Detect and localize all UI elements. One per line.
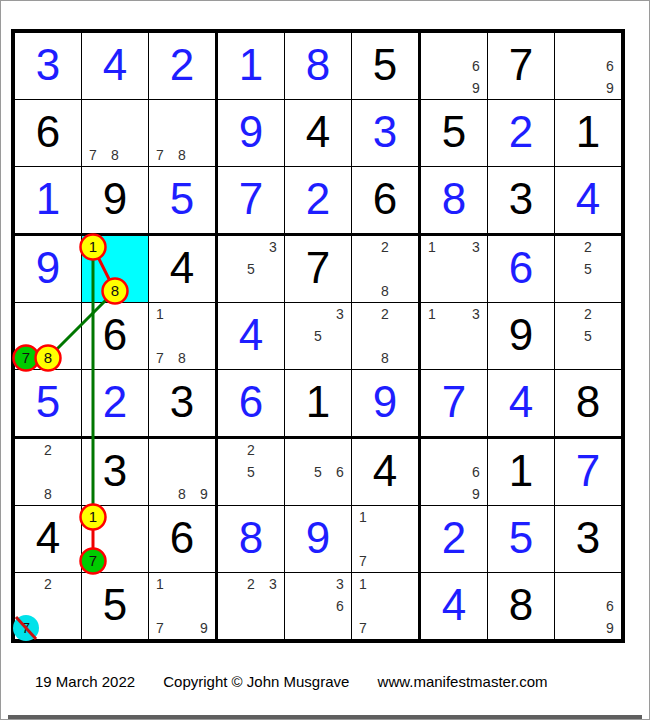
cell-r2c3[interactable]: 78	[149, 100, 215, 166]
screenshot-frame: 3421856976967878943521195726834943572813…	[0, 0, 650, 720]
solved-digit: 8	[421, 167, 487, 233]
solved-digit: 1	[15, 167, 81, 233]
given-digit: 4	[15, 506, 81, 572]
cell-r9c3[interactable]: 179	[149, 573, 215, 639]
candidate-8: 8	[37, 483, 59, 505]
candidate-7: 7	[149, 347, 171, 369]
cell-r3c5[interactable]: 2	[285, 167, 351, 233]
candidate-9: 9	[599, 617, 621, 639]
cell-r1c1[interactable]: 3	[15, 33, 81, 99]
candidate-7: 7	[149, 617, 171, 639]
candidate-8: 8	[104, 144, 126, 166]
cell-r4c1[interactable]: 9	[15, 236, 81, 302]
window-bottom-edge	[8, 715, 642, 719]
candidate-1: 1	[149, 303, 171, 325]
solved-digit: 6	[218, 370, 284, 436]
cell-r2c4[interactable]: 9	[218, 100, 284, 166]
solved-digit: 9	[15, 236, 81, 302]
solved-digit: 4	[555, 167, 621, 233]
candidate-9: 9	[465, 77, 487, 99]
solved-digit: 4	[488, 370, 554, 436]
cell-r5c9[interactable]: 25	[555, 303, 621, 369]
cell-r1c9[interactable]: 69	[555, 33, 621, 99]
cell-r4c7[interactable]: 13	[421, 236, 487, 302]
footer: 19 March 2022 Copyright © John Musgrave …	[35, 673, 572, 690]
candidate-5: 5	[307, 461, 329, 483]
given-digit: 4	[352, 439, 418, 505]
cell-r5c3[interactable]: 178	[149, 303, 215, 369]
cell-r9c9[interactable]: 69	[555, 573, 621, 639]
candidate-2: 2	[374, 303, 396, 325]
cell-r7c8[interactable]: 1	[488, 439, 554, 505]
cell-r7c5[interactable]: 56	[285, 439, 351, 505]
given-digit: 4	[149, 236, 215, 302]
cell-r4c2[interactable]	[82, 236, 148, 302]
cell-r6c1[interactable]: 5	[15, 370, 81, 436]
cell-r6c9[interactable]: 8	[555, 370, 621, 436]
candidate-5: 5	[240, 258, 262, 280]
given-digit: 1	[488, 439, 554, 505]
solved-digit: 9	[218, 100, 284, 166]
candidate-8: 8	[374, 280, 396, 302]
cell-r6c4[interactable]: 6	[218, 370, 284, 436]
footer-copyright: Copyright © John Musgrave	[163, 673, 349, 690]
solved-digit: 4	[82, 33, 148, 99]
cell-r4c5[interactable]: 7	[285, 236, 351, 302]
candidate-5: 5	[577, 258, 599, 280]
candidate-6: 6	[465, 55, 487, 77]
candidate-6: 6	[465, 461, 487, 483]
cell-r6c5[interactable]: 1	[285, 370, 351, 436]
candidate-3: 3	[465, 303, 487, 325]
candidate-3: 3	[465, 236, 487, 258]
given-digit: 1	[555, 100, 621, 166]
candidate-8: 8	[171, 144, 193, 166]
candidate-7: 7	[352, 617, 374, 639]
solved-digit: 3	[15, 33, 81, 99]
given-digit: 9	[488, 303, 554, 369]
cell-r1c4[interactable]: 1	[218, 33, 284, 99]
cell-r8c3[interactable]: 6	[149, 506, 215, 572]
candidate-2: 2	[577, 303, 599, 325]
candidate-7: 7	[82, 144, 104, 166]
cell-r6c3[interactable]: 3	[149, 370, 215, 436]
cell-r8c2[interactable]	[82, 506, 148, 572]
solved-digit: 2	[421, 506, 487, 572]
cell-r5c7[interactable]: 13	[421, 303, 487, 369]
cell-r5c4[interactable]: 4	[218, 303, 284, 369]
cell-r2c8[interactable]: 2	[488, 100, 554, 166]
candidate-2: 2	[240, 439, 262, 461]
candidate-3: 3	[329, 573, 351, 595]
candidate-3: 3	[329, 303, 351, 325]
given-digit: 8	[555, 370, 621, 436]
cell-r1c3[interactable]: 2	[149, 33, 215, 99]
cell-r3c3[interactable]: 5	[149, 167, 215, 233]
candidate-9: 9	[465, 483, 487, 505]
cell-r7c1[interactable]: 28	[15, 439, 81, 505]
solved-digit: 2	[82, 370, 148, 436]
candidate-1: 1	[421, 303, 443, 325]
cell-r8c8[interactable]: 5	[488, 506, 554, 572]
cell-r7c6[interactable]: 4	[352, 439, 418, 505]
cell-r8c1[interactable]: 4	[15, 506, 81, 572]
candidate-1: 1	[421, 236, 443, 258]
given-digit: 7	[285, 236, 351, 302]
sudoku-board: 3421856976967878943521195726834943572813…	[11, 29, 625, 643]
cell-r1c2[interactable]: 4	[82, 33, 148, 99]
given-digit: 3	[488, 167, 554, 233]
given-digit: 9	[82, 167, 148, 233]
solved-digit: 5	[488, 506, 554, 572]
cell-r9c6[interactable]: 17	[352, 573, 418, 639]
cell-r7c2[interactable]: 3	[82, 439, 148, 505]
candidate-7: 7	[352, 550, 374, 572]
footer-date: 19 March 2022	[35, 673, 135, 690]
cell-r9c2[interactable]: 5	[82, 573, 148, 639]
cell-r9c7[interactable]: 4	[421, 573, 487, 639]
cell-r5c6[interactable]: 28	[352, 303, 418, 369]
cell-r5c5[interactable]: 35	[285, 303, 351, 369]
solved-digit: 2	[488, 100, 554, 166]
cell-r2c5[interactable]: 4	[285, 100, 351, 166]
cell-r6c8[interactable]: 4	[488, 370, 554, 436]
solved-digit: 9	[352, 370, 418, 436]
solved-digit: 7	[555, 439, 621, 505]
given-digit: 5	[82, 573, 148, 639]
solved-digit: 8	[218, 506, 284, 572]
cell-r7c7[interactable]: 69	[421, 439, 487, 505]
solved-digit: 5	[15, 370, 81, 436]
solved-digit: 4	[421, 573, 487, 639]
solved-digit: 2	[285, 167, 351, 233]
candidate-8: 8	[171, 347, 193, 369]
solved-digit: 7	[421, 370, 487, 436]
given-digit: 8	[488, 573, 554, 639]
cell-r5c8[interactable]: 9	[488, 303, 554, 369]
cell-r1c8[interactable]: 7	[488, 33, 554, 99]
candidate-9: 9	[599, 77, 621, 99]
cell-r3c1[interactable]: 1	[15, 167, 81, 233]
solved-digit: 2	[149, 33, 215, 99]
cell-r8c7[interactable]: 2	[421, 506, 487, 572]
candidate-2: 2	[577, 236, 599, 258]
solved-digit: 8	[285, 33, 351, 99]
cell-r9c1[interactable]: 2	[15, 573, 81, 639]
cell-r2c9[interactable]: 1	[555, 100, 621, 166]
cell-r7c3[interactable]: 89	[149, 439, 215, 505]
cell-r3c2[interactable]: 9	[82, 167, 148, 233]
candidate-9: 9	[193, 483, 215, 505]
candidate-2: 2	[374, 236, 396, 258]
cell-r6c7[interactable]: 7	[421, 370, 487, 436]
solved-digit: 4	[218, 303, 284, 369]
candidate-2: 2	[37, 573, 59, 595]
given-digit: 6	[149, 506, 215, 572]
cell-r3c4[interactable]: 7	[218, 167, 284, 233]
cell-r6c6[interactable]: 9	[352, 370, 418, 436]
solved-digit: 5	[149, 167, 215, 233]
cell-r8c6[interactable]: 17	[352, 506, 418, 572]
candidate-8: 8	[374, 347, 396, 369]
cell-r5c1[interactable]	[15, 303, 81, 369]
cell-r2c2[interactable]: 78	[82, 100, 148, 166]
cell-r9c4[interactable]: 23	[218, 573, 284, 639]
given-digit: 3	[555, 506, 621, 572]
cell-r6c2[interactable]: 2	[82, 370, 148, 436]
cell-r1c6[interactable]: 5	[352, 33, 418, 99]
given-digit: 6	[82, 303, 148, 369]
solved-digit: 7	[218, 167, 284, 233]
candidate-7: 7	[149, 144, 171, 166]
given-digit: 7	[488, 33, 554, 99]
given-digit: 4	[285, 100, 351, 166]
candidate-3: 3	[262, 236, 284, 258]
cell-r1c5[interactable]: 8	[285, 33, 351, 99]
cell-r3c7[interactable]: 8	[421, 167, 487, 233]
cell-r4c9[interactable]: 25	[555, 236, 621, 302]
given-digit: 6	[15, 100, 81, 166]
given-digit: 5	[421, 100, 487, 166]
solved-digit: 1	[218, 33, 284, 99]
candidate-5: 5	[240, 461, 262, 483]
cell-r1c7[interactable]: 69	[421, 33, 487, 99]
cell-r2c7[interactable]: 5	[421, 100, 487, 166]
candidate-2: 2	[240, 573, 262, 595]
cell-r2c1[interactable]: 6	[15, 100, 81, 166]
given-digit: 1	[285, 370, 351, 436]
candidate-1: 1	[149, 573, 171, 595]
footer-website: www.manifestmaster.com	[378, 673, 548, 690]
candidate-6: 6	[329, 595, 351, 617]
candidate-6: 6	[599, 595, 621, 617]
solved-digit: 3	[352, 100, 418, 166]
cell-r9c5[interactable]: 36	[285, 573, 351, 639]
candidate-6: 6	[599, 55, 621, 77]
given-digit: 3	[82, 439, 148, 505]
candidate-3: 3	[262, 573, 284, 595]
candidate-5: 5	[577, 325, 599, 347]
candidate-2: 2	[37, 439, 59, 461]
candidate-5: 5	[307, 325, 329, 347]
candidate-1: 1	[352, 573, 374, 595]
given-digit: 5	[352, 33, 418, 99]
solved-digit: 9	[285, 506, 351, 572]
cell-r4c3[interactable]: 4	[149, 236, 215, 302]
cell-r2c6[interactable]: 3	[352, 100, 418, 166]
cell-r3c6[interactable]: 6	[352, 167, 418, 233]
solved-digit: 6	[488, 236, 554, 302]
cell-r8c5[interactable]: 9	[285, 506, 351, 572]
cell-r9c8[interactable]: 8	[488, 573, 554, 639]
candidate-8: 8	[171, 483, 193, 505]
given-digit: 3	[149, 370, 215, 436]
cell-r8c9[interactable]: 3	[555, 506, 621, 572]
cell-r4c8[interactable]: 6	[488, 236, 554, 302]
cell-r5c2[interactable]: 6	[82, 303, 148, 369]
cell-r3c8[interactable]: 3	[488, 167, 554, 233]
cell-r7c4[interactable]: 25	[218, 439, 284, 505]
cell-r3c9[interactable]: 4	[555, 167, 621, 233]
cell-r7c9[interactable]: 7	[555, 439, 621, 505]
candidate-9: 9	[193, 617, 215, 639]
candidate-1: 1	[352, 506, 374, 528]
cell-r4c4[interactable]: 35	[218, 236, 284, 302]
cell-r8c4[interactable]: 8	[218, 506, 284, 572]
cell-r4c6[interactable]: 28	[352, 236, 418, 302]
given-digit: 6	[352, 167, 418, 233]
candidate-6: 6	[329, 461, 351, 483]
